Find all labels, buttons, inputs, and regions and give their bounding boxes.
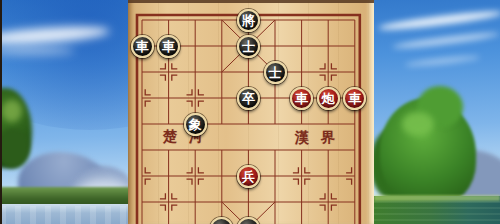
xiangqi-game-scene: 楚河 漢界 將車車士士卒車炮車象兵 — [0, 0, 500, 224]
piece-black-advisor[interactable]: 士 — [264, 61, 287, 84]
piece-black-general[interactable]: 將 — [237, 9, 260, 32]
piece-red-chariot[interactable]: 車 — [290, 87, 313, 110]
xiangqi-board[interactable]: 楚河 漢界 將車車士士卒車炮車象兵 — [128, 0, 374, 224]
left-water-reflections — [0, 206, 130, 224]
piece-character: 炮 — [322, 91, 335, 104]
piece-black-advisor[interactable]: 士 — [237, 35, 260, 58]
piece-black-elephant[interactable]: 象 — [184, 113, 207, 136]
piece-red-chariot[interactable]: 車 — [343, 87, 366, 110]
piece-character: 車 — [348, 91, 361, 104]
board-grid-lines — [128, 0, 374, 224]
piece-character: 車 — [162, 39, 175, 52]
right-tree-highlight — [402, 112, 434, 136]
right-water-reflections — [374, 201, 500, 224]
piece-character: 車 — [295, 91, 308, 104]
piece-black-soldier[interactable]: 卒 — [237, 87, 260, 110]
piece-character: 兵 — [242, 169, 255, 182]
left-foliage-highlight — [2, 100, 22, 122]
piece-black-chariot[interactable]: 車 — [131, 35, 154, 58]
piece-character: 車 — [136, 39, 149, 52]
left-screen-edge — [0, 0, 2, 224]
piece-character: 卒 — [242, 91, 255, 104]
piece-character: 將 — [242, 13, 255, 26]
piece-red-soldier[interactable]: 兵 — [237, 165, 260, 188]
piece-red-cannon[interactable]: 炮 — [317, 87, 340, 110]
river-label-han: 漢界 — [295, 131, 347, 145]
piece-character: 象 — [189, 117, 202, 130]
piece-character: 士 — [242, 39, 255, 52]
piece-black-chariot[interactable]: 車 — [157, 35, 180, 58]
piece-character: 士 — [269, 65, 282, 78]
